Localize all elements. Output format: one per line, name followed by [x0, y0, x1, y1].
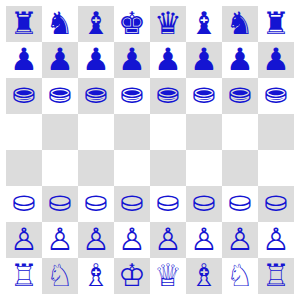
board-square-h5[interactable]: [258, 114, 294, 150]
black-pawn-icon[interactable]: ♟: [154, 44, 182, 75]
white-checker-disc-icon[interactable]: ⛀: [48, 188, 71, 216]
board-square-a3[interactable]: ⛀: [6, 186, 42, 222]
game-board-area: ♜♞♝♚♛♝♞♜♟♟♟♟♟♟♟♟⛂⛂⛂⛂⛂⛂⛂⛂⛀⛀⛀⛀⛀⛀⛀⛀♙♙♙♙♙♙♙♙…: [6, 6, 294, 294]
black-checker-disc-icon[interactable]: ⛂: [192, 80, 215, 108]
white-knight-icon[interactable]: ♘: [46, 260, 74, 291]
board-square-f2[interactable]: ♙: [186, 222, 222, 258]
black-checker-disc-icon[interactable]: ⛂: [48, 80, 71, 108]
board-square-e3[interactable]: ⛀: [150, 186, 186, 222]
board-square-c8[interactable]: ♝: [78, 6, 114, 42]
board-square-a1[interactable]: ♖: [6, 258, 42, 294]
board-square-a6[interactable]: ⛂: [6, 78, 42, 114]
board-square-a5[interactable]: [6, 114, 42, 150]
board-square-d3[interactable]: ⛀: [114, 186, 150, 222]
board-square-d4[interactable]: [114, 150, 150, 186]
board-square-f8[interactable]: ♝: [186, 6, 222, 42]
board-square-e8[interactable]: ♛: [150, 6, 186, 42]
board-square-e7[interactable]: ♟: [150, 42, 186, 78]
board-square-b2[interactable]: ♙: [42, 222, 78, 258]
black-pawn-icon[interactable]: ♟: [82, 44, 110, 75]
black-rook-icon[interactable]: ♜: [10, 8, 38, 39]
white-rook-icon[interactable]: ♖: [262, 260, 290, 291]
white-pawn-icon[interactable]: ♙: [154, 224, 182, 255]
board-square-h1[interactable]: ♖: [258, 258, 294, 294]
black-checker-disc-icon[interactable]: ⛂: [84, 80, 107, 108]
black-king-icon[interactable]: ♚: [118, 8, 146, 39]
board-square-b4[interactable]: [42, 150, 78, 186]
white-pawn-icon[interactable]: ♙: [10, 224, 38, 255]
black-bishop-icon[interactable]: ♝: [190, 8, 218, 39]
board-square-b6[interactable]: ⛂: [42, 78, 78, 114]
black-knight-icon[interactable]: ♞: [46, 8, 74, 39]
board-square-d1[interactable]: ♔: [114, 258, 150, 294]
black-pawn-icon[interactable]: ♟: [10, 44, 38, 75]
board-square-f5[interactable]: [186, 114, 222, 150]
board-square-d5[interactable]: [114, 114, 150, 150]
black-pawn-icon[interactable]: ♟: [190, 44, 218, 75]
black-pawn-icon[interactable]: ♟: [262, 44, 290, 75]
black-queen-icon[interactable]: ♛: [154, 8, 182, 39]
board-square-c5[interactable]: [78, 114, 114, 150]
board-square-c1[interactable]: ♗: [78, 258, 114, 294]
white-bishop-icon[interactable]: ♗: [190, 260, 218, 291]
black-checker-disc-icon[interactable]: ⛂: [120, 80, 143, 108]
white-king-icon[interactable]: ♔: [118, 260, 146, 291]
white-checker-disc-icon[interactable]: ⛀: [12, 188, 35, 216]
board-square-c6[interactable]: ⛂: [78, 78, 114, 114]
board-square-h6[interactable]: ⛂: [258, 78, 294, 114]
black-checker-disc-icon[interactable]: ⛂: [228, 80, 251, 108]
board-square-d7[interactable]: ♟: [114, 42, 150, 78]
white-knight-icon[interactable]: ♘: [226, 260, 254, 291]
board-square-d8[interactable]: ♚: [114, 6, 150, 42]
black-pawn-icon[interactable]: ♟: [118, 44, 146, 75]
board-square-e6[interactable]: ⛂: [150, 78, 186, 114]
white-checker-disc-icon[interactable]: ⛀: [264, 188, 287, 216]
board-square-f4[interactable]: [186, 150, 222, 186]
white-checker-disc-icon[interactable]: ⛀: [84, 188, 107, 216]
board-square-h8[interactable]: ♜: [258, 6, 294, 42]
board-square-b3[interactable]: ⛀: [42, 186, 78, 222]
board-square-g2[interactable]: ♙: [222, 222, 258, 258]
board-square-c2[interactable]: ♙: [78, 222, 114, 258]
board-square-g3[interactable]: ⛀: [222, 186, 258, 222]
board-square-e5[interactable]: [150, 114, 186, 150]
black-pawn-icon[interactable]: ♟: [46, 44, 74, 75]
board-square-g4[interactable]: [222, 150, 258, 186]
board-square-a4[interactable]: [6, 150, 42, 186]
board-square-g1[interactable]: ♘: [222, 258, 258, 294]
board-square-g6[interactable]: ⛂: [222, 78, 258, 114]
black-pawn-icon[interactable]: ♟: [226, 44, 254, 75]
board-square-h4[interactable]: [258, 150, 294, 186]
white-checker-disc-icon[interactable]: ⛀: [192, 188, 215, 216]
board-square-a8[interactable]: ♜: [6, 6, 42, 42]
board-square-h7[interactable]: ♟: [258, 42, 294, 78]
board-square-e1[interactable]: ♕: [150, 258, 186, 294]
white-checker-disc-icon[interactable]: ⛀: [120, 188, 143, 216]
board-square-g7[interactable]: ♟: [222, 42, 258, 78]
board-square-e2[interactable]: ♙: [150, 222, 186, 258]
black-rook-icon[interactable]: ♜: [262, 8, 290, 39]
black-checker-disc-icon[interactable]: ⛂: [264, 80, 287, 108]
board-square-f1[interactable]: ♗: [186, 258, 222, 294]
white-pawn-icon[interactable]: ♙: [226, 224, 254, 255]
board-square-b7[interactable]: ♟: [42, 42, 78, 78]
white-queen-icon[interactable]: ♕: [154, 260, 182, 291]
board-square-a7[interactable]: ♟: [6, 42, 42, 78]
board-square-g5[interactable]: [222, 114, 258, 150]
white-pawn-icon[interactable]: ♙: [190, 224, 218, 255]
black-bishop-icon[interactable]: ♝: [82, 8, 110, 39]
board-square-a2[interactable]: ♙: [6, 222, 42, 258]
black-checker-disc-icon[interactable]: ⛂: [156, 80, 179, 108]
board-square-c7[interactable]: ♟: [78, 42, 114, 78]
white-checker-disc-icon[interactable]: ⛀: [156, 188, 179, 216]
board-square-c4[interactable]: [78, 150, 114, 186]
white-bishop-icon[interactable]: ♗: [82, 260, 110, 291]
board-square-e4[interactable]: [150, 150, 186, 186]
board-square-h2[interactable]: ♙: [258, 222, 294, 258]
board-square-b8[interactable]: ♞: [42, 6, 78, 42]
game-board: ♜♞♝♚♛♝♞♜♟♟♟♟♟♟♟♟⛂⛂⛂⛂⛂⛂⛂⛂⛀⛀⛀⛀⛀⛀⛀⛀♙♙♙♙♙♙♙♙…: [6, 6, 294, 294]
white-checker-disc-icon[interactable]: ⛀: [228, 188, 251, 216]
white-pawn-icon[interactable]: ♙: [82, 224, 110, 255]
board-square-f6[interactable]: ⛂: [186, 78, 222, 114]
board-square-f3[interactable]: ⛀: [186, 186, 222, 222]
white-pawn-icon[interactable]: ♙: [118, 224, 146, 255]
black-knight-icon[interactable]: ♞: [226, 8, 254, 39]
board-square-b1[interactable]: ♘: [42, 258, 78, 294]
white-rook-icon[interactable]: ♖: [10, 260, 38, 291]
board-square-d2[interactable]: ♙: [114, 222, 150, 258]
board-square-d6[interactable]: ⛂: [114, 78, 150, 114]
board-square-g8[interactable]: ♞: [222, 6, 258, 42]
board-square-b5[interactable]: [42, 114, 78, 150]
black-checker-disc-icon[interactable]: ⛂: [12, 80, 35, 108]
board-square-h3[interactable]: ⛀: [258, 186, 294, 222]
white-pawn-icon[interactable]: ♙: [46, 224, 74, 255]
board-square-f7[interactable]: ♟: [186, 42, 222, 78]
white-pawn-icon[interactable]: ♙: [262, 224, 290, 255]
board-square-c3[interactable]: ⛀: [78, 186, 114, 222]
